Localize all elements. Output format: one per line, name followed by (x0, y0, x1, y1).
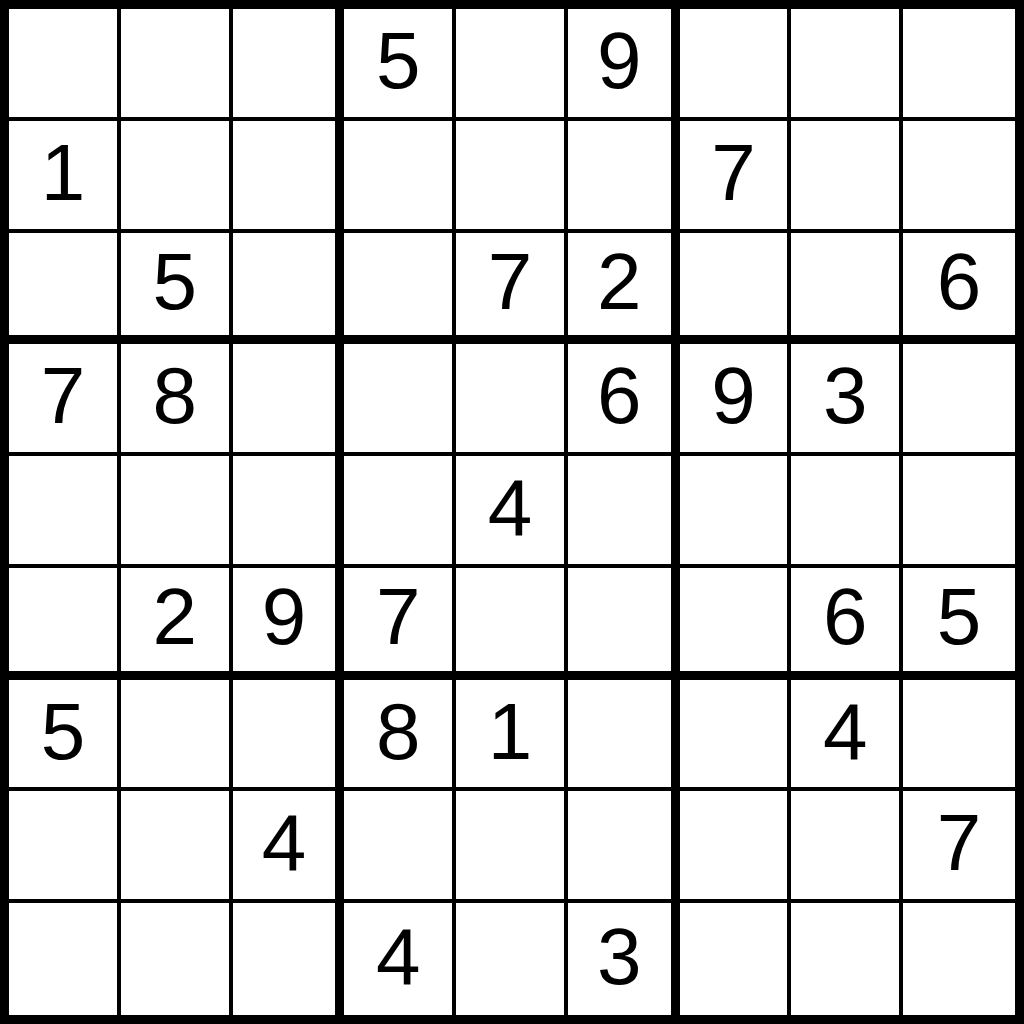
cell-r9c4[interactable]: 4 (344, 903, 456, 1015)
cell-r9c2[interactable] (121, 903, 233, 1015)
cell-r1c4[interactable]: 5 (344, 9, 456, 121)
given-digit: 1 (41, 133, 86, 213)
given-digit: 5 (937, 577, 982, 657)
cell-r6c1[interactable] (9, 568, 121, 680)
cell-r4c2[interactable]: 8 (121, 344, 233, 456)
cell-r5c6[interactable] (568, 456, 680, 568)
cell-r5c7[interactable] (680, 456, 792, 568)
cell-r7c9[interactable] (903, 680, 1015, 792)
cell-r6c2[interactable]: 2 (121, 568, 233, 680)
cell-r4c7[interactable]: 9 (680, 344, 792, 456)
cell-r3c4[interactable] (344, 233, 456, 345)
cell-r6c4[interactable]: 7 (344, 568, 456, 680)
cell-r5c3[interactable] (233, 456, 345, 568)
cell-r4c6[interactable]: 6 (568, 344, 680, 456)
cell-r1c6[interactable]: 9 (568, 9, 680, 121)
cell-r4c8[interactable]: 3 (791, 344, 903, 456)
cell-r1c9[interactable] (903, 9, 1015, 121)
given-digit: 8 (152, 356, 197, 436)
sudoku-board: 591757267869342976558144743 (0, 0, 1024, 1024)
cell-r3c9[interactable]: 6 (903, 233, 1015, 345)
cell-r6c8[interactable]: 6 (791, 568, 903, 680)
given-digit: 7 (488, 242, 533, 322)
given-digit: 4 (262, 803, 307, 883)
cell-r9c7[interactable] (680, 903, 792, 1015)
cell-r7c6[interactable] (568, 680, 680, 792)
cell-r1c1[interactable] (9, 9, 121, 121)
cell-r9c9[interactable] (903, 903, 1015, 1015)
cell-r4c4[interactable] (344, 344, 456, 456)
given-digit: 4 (376, 917, 421, 997)
cell-r2c8[interactable] (791, 121, 903, 233)
cell-r3c6[interactable]: 2 (568, 233, 680, 345)
cell-r6c3[interactable]: 9 (233, 568, 345, 680)
given-digit: 1 (488, 692, 533, 772)
cell-r4c3[interactable] (233, 344, 345, 456)
given-digit: 4 (823, 692, 868, 772)
cell-r2c3[interactable] (233, 121, 345, 233)
given-digit: 5 (152, 242, 197, 322)
cell-r5c4[interactable] (344, 456, 456, 568)
cell-r3c2[interactable]: 5 (121, 233, 233, 345)
cell-r9c1[interactable] (9, 903, 121, 1015)
given-digit: 6 (823, 577, 868, 657)
cell-r9c8[interactable] (791, 903, 903, 1015)
given-digit: 9 (711, 356, 756, 436)
cell-r2c2[interactable] (121, 121, 233, 233)
given-digit: 5 (376, 21, 421, 101)
given-digit: 3 (597, 917, 642, 997)
cell-r1c2[interactable] (121, 9, 233, 121)
given-digit: 3 (823, 356, 868, 436)
cell-r6c9[interactable]: 5 (903, 568, 1015, 680)
given-digit: 2 (597, 242, 642, 322)
cell-r2c5[interactable] (456, 121, 568, 233)
cell-r2c4[interactable] (344, 121, 456, 233)
cell-r7c7[interactable] (680, 680, 792, 792)
cell-r8c6[interactable] (568, 791, 680, 903)
cell-r5c9[interactable] (903, 456, 1015, 568)
cell-r8c3[interactable]: 4 (233, 791, 345, 903)
cell-r4c5[interactable] (456, 344, 568, 456)
cell-r8c7[interactable] (680, 791, 792, 903)
cell-r2c1[interactable]: 1 (9, 121, 121, 233)
cell-r2c9[interactable] (903, 121, 1015, 233)
cell-r1c3[interactable] (233, 9, 345, 121)
cell-r8c2[interactable] (121, 791, 233, 903)
given-digit: 7 (711, 133, 756, 213)
given-digit: 7 (41, 356, 86, 436)
cell-r5c2[interactable] (121, 456, 233, 568)
cell-r3c7[interactable] (680, 233, 792, 345)
cell-r7c8[interactable]: 4 (791, 680, 903, 792)
cell-r7c2[interactable] (121, 680, 233, 792)
cell-r3c8[interactable] (791, 233, 903, 345)
cell-r3c5[interactable]: 7 (456, 233, 568, 345)
cell-r3c1[interactable] (9, 233, 121, 345)
given-digit: 5 (41, 692, 86, 772)
given-digit: 6 (937, 242, 982, 322)
cell-r9c5[interactable] (456, 903, 568, 1015)
cell-r7c3[interactable] (233, 680, 345, 792)
given-digit: 8 (376, 692, 421, 772)
cell-r8c5[interactable] (456, 791, 568, 903)
cell-r5c5[interactable]: 4 (456, 456, 568, 568)
cell-r2c6[interactable] (568, 121, 680, 233)
cell-r7c4[interactable]: 8 (344, 680, 456, 792)
cell-r1c5[interactable] (456, 9, 568, 121)
cell-r8c9[interactable]: 7 (903, 791, 1015, 903)
cell-r9c3[interactable] (233, 903, 345, 1015)
cell-r8c1[interactable] (9, 791, 121, 903)
given-digit: 9 (262, 577, 307, 657)
given-digit: 9 (597, 21, 642, 101)
cell-r8c4[interactable] (344, 791, 456, 903)
cell-r3c3[interactable] (233, 233, 345, 345)
given-digit: 7 (376, 577, 421, 657)
cell-r6c5[interactable] (456, 568, 568, 680)
cell-r6c6[interactable] (568, 568, 680, 680)
cell-r5c1[interactable] (9, 456, 121, 568)
cell-r8c8[interactable] (791, 791, 903, 903)
cell-r2c7[interactable]: 7 (680, 121, 792, 233)
cell-r1c8[interactable] (791, 9, 903, 121)
given-digit: 7 (937, 803, 982, 883)
cell-r1c7[interactable] (680, 9, 792, 121)
cell-r7c5[interactable]: 1 (456, 680, 568, 792)
given-digit: 6 (597, 356, 642, 436)
cell-r9c6[interactable]: 3 (568, 903, 680, 1015)
cell-r4c1[interactable]: 7 (9, 344, 121, 456)
given-digit: 2 (152, 577, 197, 657)
cell-r7c1[interactable]: 5 (9, 680, 121, 792)
given-digit: 4 (488, 468, 533, 548)
cell-r5c8[interactable] (791, 456, 903, 568)
cell-r6c7[interactable] (680, 568, 792, 680)
cell-r4c9[interactable] (903, 344, 1015, 456)
